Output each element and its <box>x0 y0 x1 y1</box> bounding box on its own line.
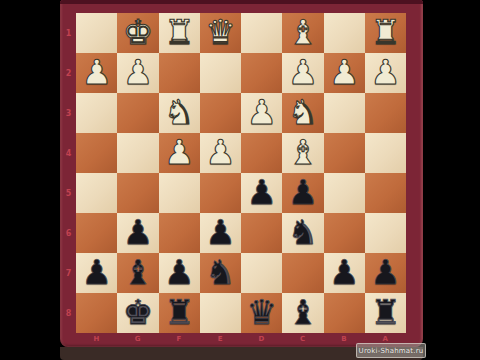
square-g1[interactable]: ♚ <box>117 13 158 53</box>
square-c1[interactable]: ♝ <box>282 13 323 53</box>
square-d6[interactable] <box>241 213 282 253</box>
square-g2[interactable]: ♟ <box>117 53 158 93</box>
square-a8[interactable]: ♜ <box>365 293 406 333</box>
square-a5[interactable] <box>365 173 406 213</box>
piece-white-king[interactable]: ♚ <box>123 15 153 49</box>
square-a3[interactable] <box>365 93 406 133</box>
square-b2[interactable]: ♟ <box>324 53 365 93</box>
square-b1[interactable] <box>324 13 365 53</box>
square-d1[interactable] <box>241 13 282 53</box>
piece-black-knight[interactable]: ♞ <box>205 255 235 289</box>
file-label-d: D <box>252 335 272 343</box>
square-h4[interactable] <box>76 133 117 173</box>
square-d5[interactable]: ♟ <box>241 173 282 213</box>
rank-label-3: 3 <box>62 109 75 118</box>
piece-black-pawn[interactable]: ♟ <box>288 175 318 209</box>
square-d7[interactable] <box>241 253 282 293</box>
square-a7[interactable]: ♟ <box>365 253 406 293</box>
chess-board: ♚♜♛♝♜♟♟♟♟♟♞♟♞♟♟♝♟♟♟♟♞♟♝♟♞♟♟♚♜♛♝♜ <box>76 13 406 333</box>
file-label-f: F <box>169 335 189 343</box>
square-b5[interactable] <box>324 173 365 213</box>
piece-black-pawn[interactable]: ♟ <box>329 255 359 289</box>
square-g6[interactable]: ♟ <box>117 213 158 253</box>
square-g8[interactable]: ♚ <box>117 293 158 333</box>
piece-black-pawn[interactable]: ♟ <box>370 255 400 289</box>
square-a6[interactable] <box>365 213 406 253</box>
file-label-b: B <box>334 335 354 343</box>
square-b8[interactable] <box>324 293 365 333</box>
piece-white-pawn[interactable]: ♟ <box>205 135 235 169</box>
square-e3[interactable] <box>200 93 241 133</box>
square-e6[interactable]: ♟ <box>200 213 241 253</box>
square-h8[interactable] <box>76 293 117 333</box>
piece-black-pawn[interactable]: ♟ <box>123 215 153 249</box>
rank-label-6: 6 <box>62 229 75 238</box>
square-c5[interactable]: ♟ <box>282 173 323 213</box>
piece-white-knight[interactable]: ♞ <box>164 95 194 129</box>
square-e5[interactable] <box>200 173 241 213</box>
file-label-h: H <box>87 335 107 343</box>
piece-black-rook[interactable]: ♜ <box>164 295 194 329</box>
rank-label-8: 8 <box>62 309 75 318</box>
rank-label-5: 5 <box>62 189 75 198</box>
piece-black-pawn[interactable]: ♟ <box>164 255 194 289</box>
square-d3[interactable]: ♟ <box>241 93 282 133</box>
file-label-e: E <box>210 335 230 343</box>
square-c6[interactable]: ♞ <box>282 213 323 253</box>
square-f7[interactable]: ♟ <box>159 253 200 293</box>
square-g7[interactable]: ♝ <box>117 253 158 293</box>
square-g3[interactable] <box>117 93 158 133</box>
square-f3[interactable]: ♞ <box>159 93 200 133</box>
square-b4[interactable] <box>324 133 365 173</box>
square-c4[interactable]: ♝ <box>282 133 323 173</box>
piece-white-pawn[interactable]: ♟ <box>246 95 276 129</box>
square-d2[interactable] <box>241 53 282 93</box>
square-e8[interactable] <box>200 293 241 333</box>
square-c8[interactable]: ♝ <box>282 293 323 333</box>
square-c7[interactable] <box>282 253 323 293</box>
video-frame: ♚♜♛♝♜♟♟♟♟♟♞♟♞♟♟♝♟♟♟♟♞♟♝♟♞♟♟♚♜♛♝♜ 1234567… <box>0 0 480 360</box>
piece-black-bishop[interactable]: ♝ <box>288 295 318 329</box>
piece-white-knight[interactable]: ♞ <box>288 95 318 129</box>
square-g5[interactable] <box>117 173 158 213</box>
piece-white-pawn[interactable]: ♟ <box>81 55 111 89</box>
square-e1[interactable]: ♛ <box>200 13 241 53</box>
square-a1[interactable]: ♜ <box>365 13 406 53</box>
square-f1[interactable]: ♜ <box>159 13 200 53</box>
square-h6[interactable] <box>76 213 117 253</box>
square-h7[interactable]: ♟ <box>76 253 117 293</box>
piece-black-pawn[interactable]: ♟ <box>81 255 111 289</box>
file-label-c: C <box>293 335 313 343</box>
file-label-g: G <box>128 335 148 343</box>
piece-black-pawn[interactable]: ♟ <box>205 215 235 249</box>
piece-white-bishop[interactable]: ♝ <box>288 135 318 169</box>
piece-black-queen[interactable]: ♛ <box>246 295 276 329</box>
piece-black-rook[interactable]: ♜ <box>370 295 400 329</box>
square-c2[interactable]: ♟ <box>282 53 323 93</box>
square-h5[interactable] <box>76 173 117 213</box>
chess-board-frame: ♚♜♛♝♜♟♟♟♟♟♞♟♞♟♟♝♟♟♟♟♞♟♝♟♞♟♟♚♜♛♝♜ 1234567… <box>60 0 423 347</box>
piece-white-pawn[interactable]: ♟ <box>370 55 400 89</box>
square-f8[interactable]: ♜ <box>159 293 200 333</box>
square-e2[interactable] <box>200 53 241 93</box>
square-f4[interactable]: ♟ <box>159 133 200 173</box>
piece-white-pawn[interactable]: ♟ <box>164 135 194 169</box>
square-g4[interactable] <box>117 133 158 173</box>
piece-black-pawn[interactable]: ♟ <box>246 175 276 209</box>
piece-white-pawn[interactable]: ♟ <box>329 55 359 89</box>
file-label-a: A <box>375 335 395 343</box>
piece-white-queen[interactable]: ♛ <box>205 15 235 49</box>
square-b3[interactable] <box>324 93 365 133</box>
rank-label-4: 4 <box>62 149 75 158</box>
rank-label-7: 7 <box>62 269 75 278</box>
frame-top-edge <box>60 0 423 4</box>
square-h3[interactable] <box>76 93 117 133</box>
square-h2[interactable]: ♟ <box>76 53 117 93</box>
square-c3[interactable]: ♞ <box>282 93 323 133</box>
piece-white-pawn[interactable]: ♟ <box>123 55 153 89</box>
square-h1[interactable] <box>76 13 117 53</box>
piece-white-pawn[interactable]: ♟ <box>288 55 318 89</box>
square-b7[interactable]: ♟ <box>324 253 365 293</box>
piece-black-king[interactable]: ♚ <box>123 295 153 329</box>
square-d8[interactable]: ♛ <box>241 293 282 333</box>
square-b6[interactable] <box>324 213 365 253</box>
square-e4[interactable]: ♟ <box>200 133 241 173</box>
square-a2[interactable]: ♟ <box>365 53 406 93</box>
square-f2[interactable] <box>159 53 200 93</box>
square-f5[interactable] <box>159 173 200 213</box>
rank-label-1: 1 <box>62 29 75 38</box>
square-e7[interactable]: ♞ <box>200 253 241 293</box>
piece-white-rook[interactable]: ♜ <box>370 15 400 49</box>
square-d4[interactable] <box>241 133 282 173</box>
piece-black-knight[interactable]: ♞ <box>288 215 318 249</box>
watermark: Uroki-Shahmat.ru <box>356 343 426 358</box>
rank-label-2: 2 <box>62 69 75 78</box>
piece-white-rook[interactable]: ♜ <box>164 15 194 49</box>
piece-white-bishop[interactable]: ♝ <box>288 15 318 49</box>
square-a4[interactable] <box>365 133 406 173</box>
piece-black-bishop[interactable]: ♝ <box>123 255 153 289</box>
square-f6[interactable] <box>159 213 200 253</box>
